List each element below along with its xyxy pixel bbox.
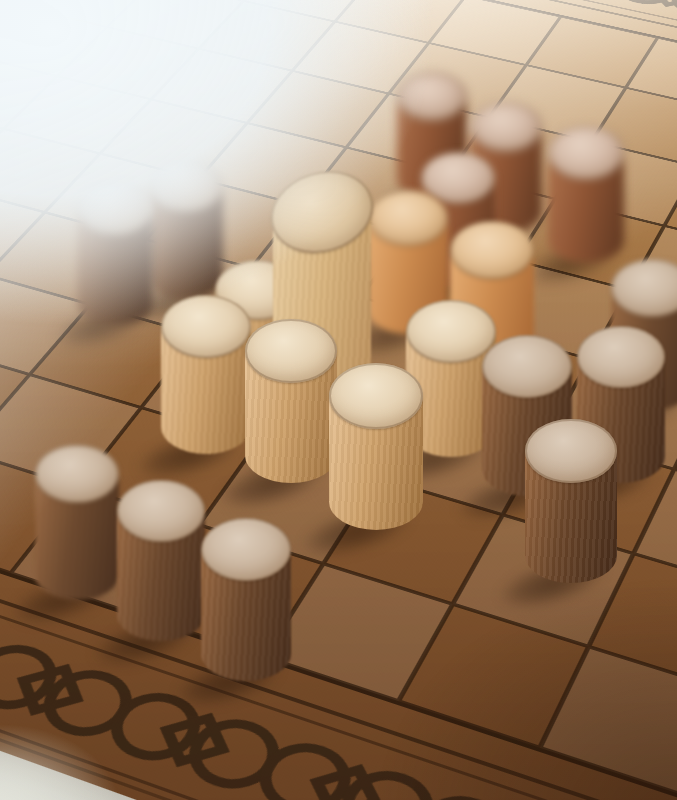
piece-defender[interactable]: [245, 319, 337, 515]
piece-top-face: [77, 181, 153, 234]
piece-top-face: [161, 295, 251, 358]
piece-attacker[interactable]: [35, 445, 119, 630]
scene: [0, 0, 677, 800]
piece-defender[interactable]: [161, 295, 251, 486]
piece-top-face: [525, 419, 617, 483]
piece-top-face: [149, 160, 223, 212]
piece-attacker[interactable]: [525, 419, 617, 615]
piece-attacker[interactable]: [77, 181, 153, 352]
piece-top-face: [470, 102, 542, 152]
piece-defender[interactable]: [329, 363, 423, 563]
pieces-layer: [0, 0, 677, 800]
piece-attacker[interactable]: [117, 480, 205, 672]
piece-top-face: [117, 480, 205, 542]
piece-top-face: [35, 445, 119, 504]
piece-top-face: [245, 319, 337, 383]
piece-attacker[interactable]: [201, 518, 291, 713]
piece-top-face: [450, 221, 534, 280]
piece-top-face: [397, 72, 467, 121]
piece-top-face: [548, 126, 624, 179]
piece-top-face: [577, 326, 665, 388]
piece-top-face: [329, 363, 423, 429]
piece-top-face: [201, 518, 291, 581]
piece-top-face: [482, 335, 572, 398]
piece-top-face: [368, 190, 448, 246]
